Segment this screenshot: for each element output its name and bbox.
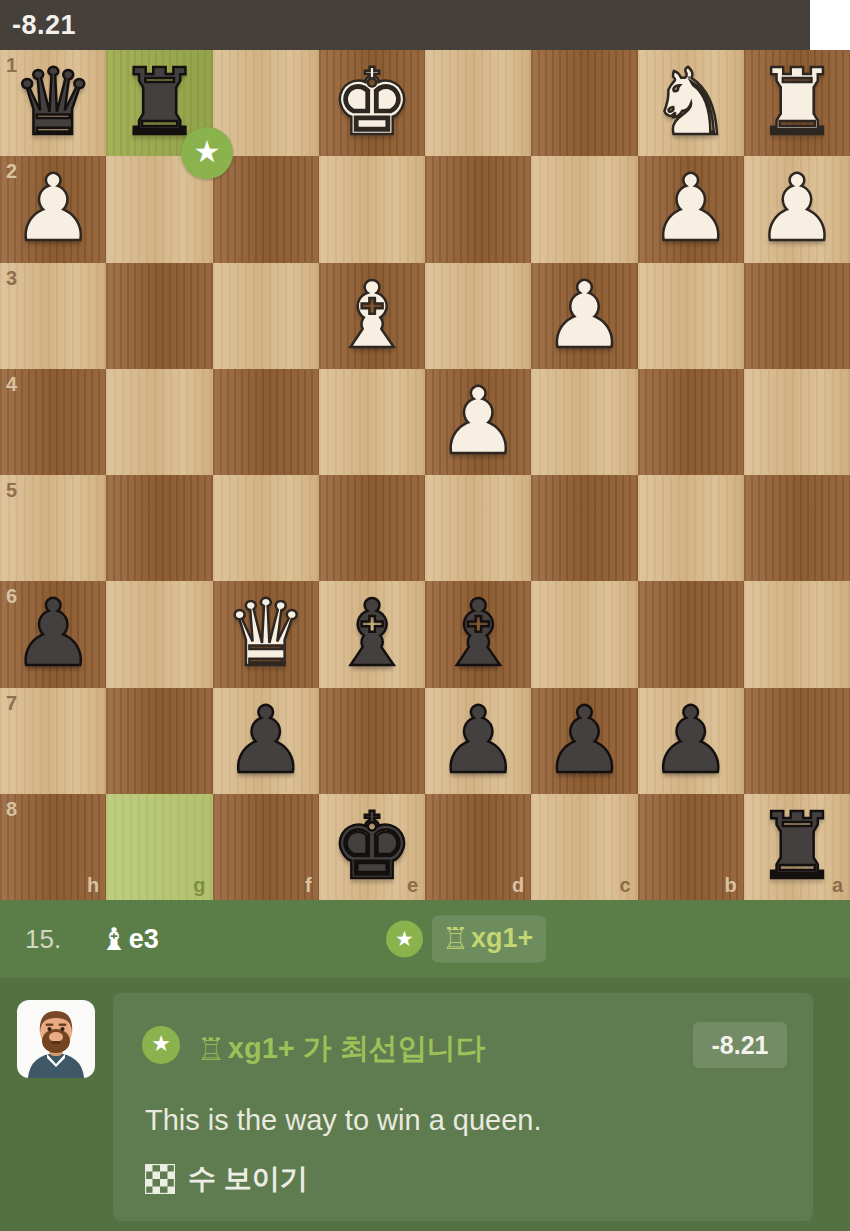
rank-label-4: 4 xyxy=(6,373,17,396)
evaluation-badge-value: -8.21 xyxy=(712,1031,769,1060)
square-e2[interactable] xyxy=(319,156,425,262)
square-d3[interactable] xyxy=(425,263,531,369)
square-f3[interactable] xyxy=(213,263,319,369)
square-d5[interactable] xyxy=(425,475,531,581)
square-c7[interactable]: ♟ xyxy=(531,688,637,794)
square-h1[interactable]: 1♛ xyxy=(0,50,106,156)
evaluation-score: -8.21 xyxy=(12,10,76,41)
square-a3[interactable] xyxy=(744,263,850,369)
square-f2[interactable] xyxy=(213,156,319,262)
white-pawn: ♟ xyxy=(425,369,531,475)
square-e8[interactable]: e♚ xyxy=(319,794,425,900)
white-pawn: ♟ xyxy=(744,156,850,262)
coach-avatar xyxy=(17,1000,95,1078)
star-icon: ★ xyxy=(194,137,221,169)
square-b1[interactable]: ♞ xyxy=(638,50,744,156)
square-e3[interactable]: ♝ xyxy=(319,263,425,369)
file-label-a: a xyxy=(832,874,843,897)
black-pawn: ♟ xyxy=(213,688,319,794)
chess-board: 1♛♜♚♞♜2♟♟♟3♝♟4♟56♟♛♝♝7♟♟♟♟8hgfe♚dcba♜ xyxy=(0,50,850,900)
square-e5[interactable] xyxy=(319,475,425,581)
square-f7[interactable]: ♟ xyxy=(213,688,319,794)
square-e6[interactable]: ♝ xyxy=(319,581,425,687)
square-a4[interactable] xyxy=(744,369,850,475)
rank-label-8: 8 xyxy=(6,798,17,821)
square-b2[interactable]: ♟ xyxy=(638,156,744,262)
square-g3[interactable] xyxy=(106,263,212,369)
black-move-label: xg1+ xyxy=(471,923,533,954)
square-b8[interactable]: b xyxy=(638,794,744,900)
rank-label-1: 1 xyxy=(6,54,17,77)
square-c8[interactable]: c xyxy=(531,794,637,900)
square-h5[interactable]: 5 xyxy=(0,475,106,581)
square-b4[interactable] xyxy=(638,369,744,475)
checkerboard-icon xyxy=(145,1164,175,1194)
square-f6[interactable]: ♛ xyxy=(213,581,319,687)
coach-avatar-image xyxy=(17,1000,95,1078)
square-d8[interactable]: d xyxy=(425,794,531,900)
square-c1[interactable] xyxy=(531,50,637,156)
rank-label-3: 3 xyxy=(6,267,17,290)
square-d2[interactable] xyxy=(425,156,531,262)
coach-comment: This is the way to win a queen. xyxy=(145,1104,542,1137)
square-c4[interactable] xyxy=(531,369,637,475)
black-bishop: ♝ xyxy=(319,581,425,687)
square-a1[interactable]: ♜ xyxy=(744,50,850,156)
square-h7[interactable]: 7 xyxy=(0,688,106,794)
file-label-d: d xyxy=(512,874,524,897)
square-c2[interactable] xyxy=(531,156,637,262)
square-h3[interactable]: 3 xyxy=(0,263,106,369)
square-g6[interactable] xyxy=(106,581,212,687)
file-label-h: h xyxy=(87,874,99,897)
square-f8[interactable]: f xyxy=(213,794,319,900)
black-bishop: ♝ xyxy=(425,581,531,687)
white-move-label: e3 xyxy=(129,924,159,955)
evaluation-bar: -8.21 xyxy=(0,0,810,50)
black-pawn: ♟ xyxy=(425,688,531,794)
black-pawn: ♟ xyxy=(531,688,637,794)
file-label-e: e xyxy=(407,874,418,897)
best-move-star-badge: ★ xyxy=(386,921,423,958)
move-number: 15. xyxy=(25,924,61,955)
square-g5[interactable] xyxy=(106,475,212,581)
rook-icon: ♖ xyxy=(197,1031,225,1067)
square-a8[interactable]: a♜ xyxy=(744,794,850,900)
square-g4[interactable] xyxy=(106,369,212,475)
white-pawn: ♟ xyxy=(638,156,744,262)
square-a5[interactable] xyxy=(744,475,850,581)
square-h8[interactable]: 8h xyxy=(0,794,106,900)
square-b6[interactable] xyxy=(638,581,744,687)
square-a7[interactable] xyxy=(744,688,850,794)
evaluation-badge: -8.21 xyxy=(693,1022,787,1068)
black-pawn: ♟ xyxy=(638,688,744,794)
white-rook: ♜ xyxy=(744,50,850,156)
square-e4[interactable] xyxy=(319,369,425,475)
square-g8[interactable]: g xyxy=(106,794,212,900)
best-move-banner: ♖xg1+ 가 최선입니다 xyxy=(197,1029,485,1069)
square-b5[interactable] xyxy=(638,475,744,581)
rook-icon: ♖ xyxy=(442,921,469,956)
square-b3[interactable] xyxy=(638,263,744,369)
star-icon: ★ xyxy=(395,928,414,951)
show-moves-label: 수 보이기 xyxy=(188,1160,308,1198)
white-bishop: ♝ xyxy=(319,263,425,369)
best-move-star-badge: ★ xyxy=(142,1026,180,1064)
square-d6[interactable]: ♝ xyxy=(425,581,531,687)
square-d4[interactable]: ♟ xyxy=(425,369,531,475)
bishop-icon: ♝ xyxy=(100,921,128,957)
chess-analysis-screen: -8.21 1♛♜♚♞♜2♟♟♟3♝♟4♟56♟♛♝♝7♟♟♟♟8hgfe♚dc… xyxy=(0,0,850,1231)
white-pawn: ♟ xyxy=(531,263,637,369)
file-label-f: f xyxy=(305,874,312,897)
star-icon: ★ xyxy=(151,1033,171,1057)
rank-label-6: 6 xyxy=(6,585,17,608)
rank-label-2: 2 xyxy=(6,160,17,183)
square-f4[interactable] xyxy=(213,369,319,475)
white-king: ♚ xyxy=(319,50,425,156)
best-move-badge: ★ xyxy=(181,127,233,179)
show-moves-button[interactable]: 수 보이기 xyxy=(145,1160,308,1198)
square-g7[interactable] xyxy=(106,688,212,794)
square-d1[interactable] xyxy=(425,50,531,156)
file-label-c: c xyxy=(619,874,630,897)
square-f5[interactable] xyxy=(213,475,319,581)
square-e1[interactable]: ♚ xyxy=(319,50,425,156)
black-move-selected[interactable]: ♖xg1+ xyxy=(432,916,546,963)
white-queen: ♛ xyxy=(213,581,319,687)
square-h2[interactable]: 2♟ xyxy=(0,156,106,262)
rank-label-5: 5 xyxy=(6,479,17,502)
square-e7[interactable] xyxy=(319,688,425,794)
square-c5[interactable] xyxy=(531,475,637,581)
square-d7[interactable]: ♟ xyxy=(425,688,531,794)
square-h4[interactable]: 4 xyxy=(0,369,106,475)
best-move-text: xg1+ 가 최선입니다 xyxy=(228,1029,485,1069)
square-a6[interactable] xyxy=(744,581,850,687)
analysis-panel: ★ ♖xg1+ 가 최선입니다 -8.21 This is the way to… xyxy=(0,978,850,1231)
white-knight: ♞ xyxy=(638,50,744,156)
square-c6[interactable] xyxy=(531,581,637,687)
move-bar: 15. ♝e3 ★ ♖xg1+ xyxy=(0,900,850,978)
screen-corner-cutout xyxy=(810,0,850,50)
file-label-b: b xyxy=(725,874,737,897)
square-c3[interactable]: ♟ xyxy=(531,263,637,369)
square-b7[interactable]: ♟ xyxy=(638,688,744,794)
file-label-g: g xyxy=(193,874,205,897)
white-move[interactable]: ♝e3 xyxy=(100,921,159,957)
rank-label-7: 7 xyxy=(6,692,17,715)
square-a2[interactable]: ♟ xyxy=(744,156,850,262)
square-h6[interactable]: 6♟ xyxy=(0,581,106,687)
